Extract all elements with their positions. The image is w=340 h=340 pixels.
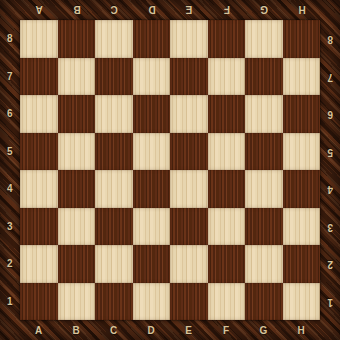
square-e4[interactable]	[170, 170, 208, 208]
square-e8[interactable]	[170, 20, 208, 58]
chess-board	[20, 20, 320, 320]
square-b7[interactable]	[58, 58, 96, 96]
square-g4[interactable]	[245, 170, 283, 208]
square-e6[interactable]	[170, 95, 208, 133]
square-e5[interactable]	[170, 133, 208, 171]
square-h5[interactable]	[283, 133, 321, 171]
square-c3[interactable]	[95, 208, 133, 246]
square-d5[interactable]	[133, 133, 171, 171]
rank-label-2: 2	[0, 245, 20, 283]
square-c2[interactable]	[95, 245, 133, 283]
square-b8[interactable]	[58, 20, 96, 58]
rank-label-8: 8	[320, 20, 340, 58]
rank-label-5: 5	[0, 133, 20, 171]
square-e3[interactable]	[170, 208, 208, 246]
square-c6[interactable]	[95, 95, 133, 133]
rank-label-7: 7	[320, 58, 340, 96]
square-d2[interactable]	[133, 245, 171, 283]
file-label-e: E	[170, 0, 208, 20]
square-h4[interactable]	[283, 170, 321, 208]
file-label-a: A	[20, 320, 58, 340]
square-e2[interactable]	[170, 245, 208, 283]
square-e1[interactable]	[170, 283, 208, 321]
square-b5[interactable]	[58, 133, 96, 171]
square-g2[interactable]	[245, 245, 283, 283]
square-b1[interactable]	[58, 283, 96, 321]
square-a1[interactable]	[20, 283, 58, 321]
rank-label-6: 6	[0, 95, 20, 133]
square-d1[interactable]	[133, 283, 171, 321]
square-a2[interactable]	[20, 245, 58, 283]
rank-label-5: 5	[320, 133, 340, 171]
square-g1[interactable]	[245, 283, 283, 321]
file-label-f: F	[208, 320, 246, 340]
square-f5[interactable]	[208, 133, 246, 171]
file-label-a: A	[20, 0, 58, 20]
file-label-g: G	[245, 0, 283, 20]
square-g6[interactable]	[245, 95, 283, 133]
file-label-e: E	[170, 320, 208, 340]
file-label-d: D	[133, 320, 171, 340]
square-h2[interactable]	[283, 245, 321, 283]
square-a6[interactable]	[20, 95, 58, 133]
square-h7[interactable]	[283, 58, 321, 96]
rank-label-7: 7	[0, 58, 20, 96]
square-b2[interactable]	[58, 245, 96, 283]
file-labels-bottom: ABCDEFGH	[20, 320, 320, 340]
square-b4[interactable]	[58, 170, 96, 208]
square-h3[interactable]	[283, 208, 321, 246]
square-a8[interactable]	[20, 20, 58, 58]
square-d6[interactable]	[133, 95, 171, 133]
square-g8[interactable]	[245, 20, 283, 58]
rank-label-8: 8	[0, 20, 20, 58]
square-a5[interactable]	[20, 133, 58, 171]
rank-label-3: 3	[320, 208, 340, 246]
square-h8[interactable]	[283, 20, 321, 58]
file-label-g: G	[245, 320, 283, 340]
rank-label-1: 1	[0, 283, 20, 321]
file-label-b: B	[58, 320, 96, 340]
square-f6[interactable]	[208, 95, 246, 133]
square-h1[interactable]	[283, 283, 321, 321]
chessboard-screenshot: ABCDEFGH ABCDEFGH 87654321 87654321	[0, 0, 340, 340]
square-d4[interactable]	[133, 170, 171, 208]
square-a7[interactable]	[20, 58, 58, 96]
square-h6[interactable]	[283, 95, 321, 133]
square-c5[interactable]	[95, 133, 133, 171]
square-d7[interactable]	[133, 58, 171, 96]
square-d8[interactable]	[133, 20, 171, 58]
square-b3[interactable]	[58, 208, 96, 246]
square-f3[interactable]	[208, 208, 246, 246]
square-f1[interactable]	[208, 283, 246, 321]
rank-label-6: 6	[320, 95, 340, 133]
square-a3[interactable]	[20, 208, 58, 246]
file-label-f: F	[208, 0, 246, 20]
rank-label-1: 1	[320, 283, 340, 321]
file-label-c: C	[95, 0, 133, 20]
square-f8[interactable]	[208, 20, 246, 58]
rank-labels-right: 87654321	[320, 20, 340, 320]
square-d3[interactable]	[133, 208, 171, 246]
file-label-h: H	[283, 0, 321, 20]
square-f2[interactable]	[208, 245, 246, 283]
file-label-c: C	[95, 320, 133, 340]
square-g5[interactable]	[245, 133, 283, 171]
square-f7[interactable]	[208, 58, 246, 96]
square-c7[interactable]	[95, 58, 133, 96]
rank-label-4: 4	[0, 170, 20, 208]
rank-labels-left: 87654321	[0, 20, 20, 320]
square-c4[interactable]	[95, 170, 133, 208]
square-b6[interactable]	[58, 95, 96, 133]
file-labels-top: ABCDEFGH	[20, 0, 320, 20]
file-label-h: H	[283, 320, 321, 340]
rank-label-2: 2	[320, 245, 340, 283]
rank-label-4: 4	[320, 170, 340, 208]
file-label-d: D	[133, 0, 171, 20]
square-a4[interactable]	[20, 170, 58, 208]
square-e7[interactable]	[170, 58, 208, 96]
square-g7[interactable]	[245, 58, 283, 96]
file-label-b: B	[58, 0, 96, 20]
square-c8[interactable]	[95, 20, 133, 58]
square-c1[interactable]	[95, 283, 133, 321]
rank-label-3: 3	[0, 208, 20, 246]
square-g3[interactable]	[245, 208, 283, 246]
square-f4[interactable]	[208, 170, 246, 208]
